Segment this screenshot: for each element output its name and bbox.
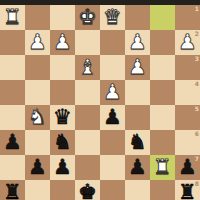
black-knight[interactable]: ♞ xyxy=(50,130,75,155)
square-f5[interactable]: ♛ xyxy=(50,105,75,130)
black-pawn[interactable]: ♟ xyxy=(125,155,150,180)
square-c8[interactable] xyxy=(125,180,150,200)
square-a7[interactable]: ♟7 xyxy=(175,155,200,180)
square-d6[interactable] xyxy=(100,130,125,155)
chess-app: ♜♚♛1♟♟♟♟2♝♟3♟4♞♛♟5♟♞♞6♟♟♟♜♟7♜♚♜8 xyxy=(0,0,200,200)
rank-label-3: 3 xyxy=(195,55,199,62)
square-f7[interactable]: ♟ xyxy=(50,155,75,180)
white-pawn[interactable]: ♟ xyxy=(100,80,125,105)
white-pawn[interactable]: ♟ xyxy=(25,30,50,55)
square-f6[interactable]: ♞ xyxy=(50,130,75,155)
square-g7[interactable]: ♟ xyxy=(25,155,50,180)
square-g1[interactable] xyxy=(25,5,50,30)
square-b6[interactable] xyxy=(150,130,175,155)
white-king[interactable]: ♚ xyxy=(75,5,100,30)
square-a1[interactable]: 1 xyxy=(175,5,200,30)
square-e3[interactable]: ♝ xyxy=(75,55,100,80)
white-pawn[interactable]: ♟ xyxy=(175,30,200,55)
square-h3[interactable] xyxy=(0,55,25,80)
square-e5[interactable] xyxy=(75,105,100,130)
square-a2[interactable]: ♟2 xyxy=(175,30,200,55)
white-queen[interactable]: ♛ xyxy=(100,5,125,30)
square-e2[interactable] xyxy=(75,30,100,55)
square-a4[interactable]: 4 xyxy=(175,80,200,105)
square-d1[interactable]: ♛ xyxy=(100,5,125,30)
square-f2[interactable]: ♟ xyxy=(50,30,75,55)
square-a5[interactable]: 5 xyxy=(175,105,200,130)
black-king[interactable]: ♚ xyxy=(75,180,100,200)
rank-label-6: 6 xyxy=(195,130,199,137)
square-f8[interactable] xyxy=(50,180,75,200)
square-c1[interactable] xyxy=(125,5,150,30)
square-h2[interactable] xyxy=(0,30,25,55)
square-b8[interactable] xyxy=(150,180,175,200)
square-h5[interactable] xyxy=(0,105,25,130)
black-pawn[interactable]: ♟ xyxy=(100,105,125,130)
rank-label-8: 8 xyxy=(195,180,199,187)
square-e6[interactable] xyxy=(75,130,100,155)
square-c7[interactable]: ♟ xyxy=(125,155,150,180)
square-b3[interactable] xyxy=(150,55,175,80)
square-f4[interactable] xyxy=(50,80,75,105)
square-d7[interactable] xyxy=(100,155,125,180)
square-e8[interactable]: ♚ xyxy=(75,180,100,200)
square-b4[interactable] xyxy=(150,80,175,105)
square-g3[interactable] xyxy=(25,55,50,80)
square-h8[interactable]: ♜ xyxy=(0,180,25,200)
rank-label-4: 4 xyxy=(195,80,199,87)
square-a8[interactable]: ♜8 xyxy=(175,180,200,200)
square-d3[interactable] xyxy=(100,55,125,80)
black-rook[interactable]: ♜ xyxy=(0,180,25,200)
square-f1[interactable] xyxy=(50,5,75,30)
square-h1[interactable]: ♜ xyxy=(0,5,25,30)
square-b7[interactable]: ♜ xyxy=(150,155,175,180)
square-e1[interactable]: ♚ xyxy=(75,5,100,30)
white-rook[interactable]: ♜ xyxy=(0,5,25,30)
square-d4[interactable]: ♟ xyxy=(100,80,125,105)
black-pawn[interactable]: ♟ xyxy=(25,155,50,180)
white-bishop[interactable]: ♝ xyxy=(75,55,100,80)
black-knight[interactable]: ♞ xyxy=(125,130,150,155)
rank-label-5: 5 xyxy=(195,105,199,112)
square-c4[interactable] xyxy=(125,80,150,105)
square-b5[interactable] xyxy=(150,105,175,130)
square-h4[interactable] xyxy=(0,80,25,105)
square-b1[interactable] xyxy=(150,5,175,30)
square-c2[interactable]: ♟ xyxy=(125,30,150,55)
square-d2[interactable] xyxy=(100,30,125,55)
chess-board[interactable]: ♜♚♛1♟♟♟♟2♝♟3♟4♞♛♟5♟♞♞6♟♟♟♜♟7♜♚♜8 xyxy=(0,5,200,200)
square-g6[interactable] xyxy=(25,130,50,155)
white-pawn[interactable]: ♟ xyxy=(125,30,150,55)
rank-label-7: 7 xyxy=(195,155,199,162)
square-e7[interactable] xyxy=(75,155,100,180)
rank-label-2: 2 xyxy=(195,30,199,37)
square-e4[interactable] xyxy=(75,80,100,105)
square-g5[interactable]: ♞ xyxy=(25,105,50,130)
white-pawn[interactable]: ♟ xyxy=(125,55,150,80)
square-a3[interactable]: 3 xyxy=(175,55,200,80)
rank-label-1: 1 xyxy=(195,5,199,12)
square-a6[interactable]: 6 xyxy=(175,130,200,155)
white-knight[interactable]: ♞ xyxy=(25,105,50,130)
square-g8[interactable] xyxy=(25,180,50,200)
black-pawn[interactable]: ♟ xyxy=(0,130,25,155)
square-c3[interactable]: ♟ xyxy=(125,55,150,80)
square-d8[interactable] xyxy=(100,180,125,200)
white-rook[interactable]: ♜ xyxy=(150,155,175,180)
square-h7[interactable] xyxy=(0,155,25,180)
square-h6[interactable]: ♟ xyxy=(0,130,25,155)
black-queen[interactable]: ♛ xyxy=(50,105,75,130)
square-f3[interactable] xyxy=(50,55,75,80)
square-b2[interactable] xyxy=(150,30,175,55)
square-c5[interactable] xyxy=(125,105,150,130)
square-g4[interactable] xyxy=(25,80,50,105)
square-c6[interactable]: ♞ xyxy=(125,130,150,155)
white-pawn[interactable]: ♟ xyxy=(50,30,75,55)
black-pawn[interactable]: ♟ xyxy=(175,155,200,180)
black-rook[interactable]: ♜ xyxy=(175,180,200,200)
square-d5[interactable]: ♟ xyxy=(100,105,125,130)
square-g2[interactable]: ♟ xyxy=(25,30,50,55)
black-pawn[interactable]: ♟ xyxy=(50,155,75,180)
